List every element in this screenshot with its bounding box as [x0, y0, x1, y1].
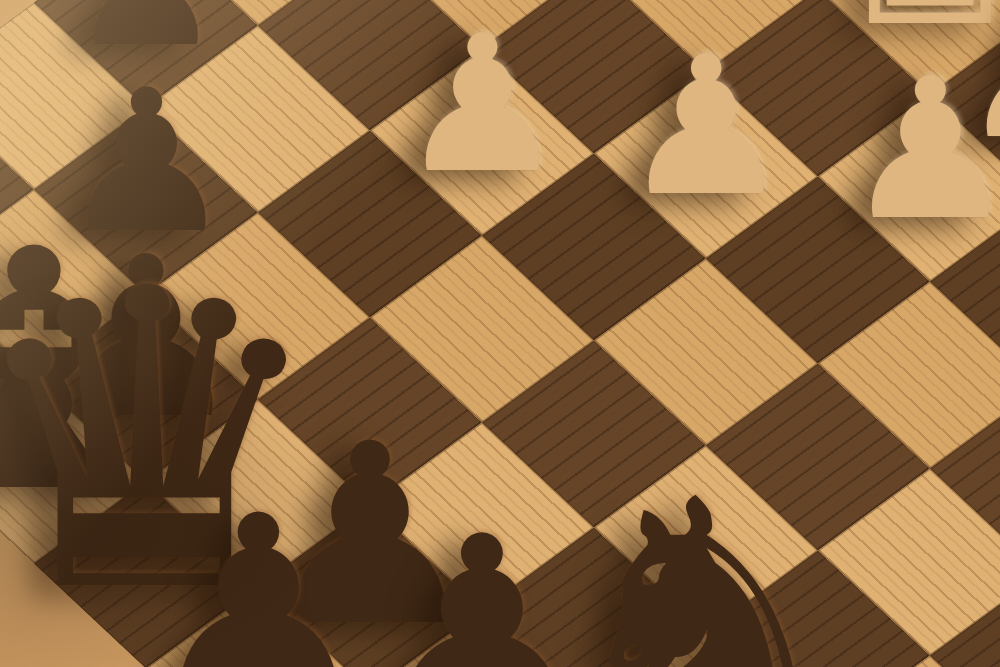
- piece-white-pawn-e6[interactable]: ♟: [388, 11, 577, 200]
- chessboard-photo: ♟♟♟♝♟♛♟♚♟♟♟♟♟♞: [0, 0, 1000, 667]
- piece-white-pawn-f5[interactable]: ♟: [610, 31, 802, 223]
- piece-black-knight-c2[interactable]: ♞: [536, 455, 876, 667]
- piece-white-pawn-g4[interactable]: ♟: [833, 52, 1000, 247]
